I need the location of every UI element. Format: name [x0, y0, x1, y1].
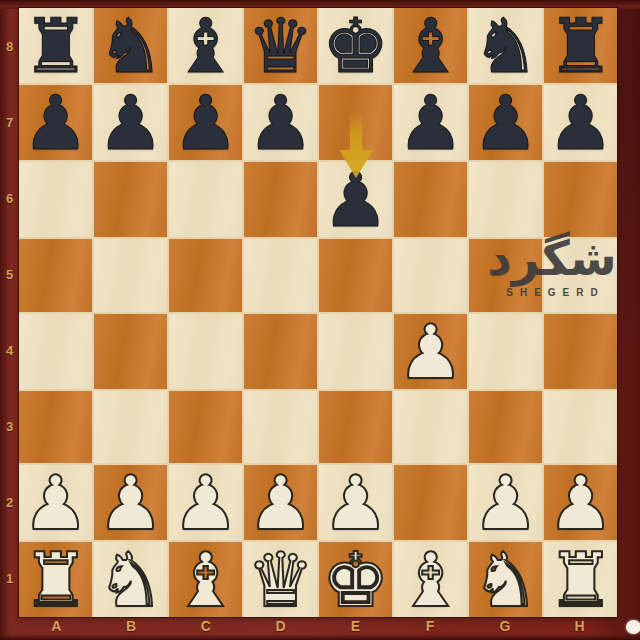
- square-h5[interactable]: [544, 239, 617, 312]
- black-pawn[interactable]: ♟: [547, 86, 614, 161]
- file-label-c: C: [169, 615, 244, 637]
- square-g1[interactable]: ♞: [469, 542, 542, 617]
- square-c5[interactable]: [169, 239, 242, 312]
- white-pawn[interactable]: ♟: [472, 466, 539, 541]
- file-label-e: E: [318, 615, 393, 637]
- black-rook[interactable]: ♜: [22, 9, 89, 84]
- black-rook[interactable]: ♜: [547, 9, 614, 84]
- square-b4[interactable]: [94, 314, 167, 389]
- rank-coordinates: 87654321: [0, 8, 19, 617]
- square-a1[interactable]: ♜: [19, 542, 92, 617]
- square-b5[interactable]: [94, 239, 167, 312]
- file-coordinates: ABCDEFGH: [19, 615, 617, 637]
- black-pawn[interactable]: ♟: [247, 86, 314, 161]
- rank-label-7: 7: [0, 84, 19, 160]
- square-d2[interactable]: ♟: [244, 465, 317, 540]
- black-pawn[interactable]: ♟: [172, 86, 239, 161]
- black-queen[interactable]: ♛: [247, 9, 314, 84]
- square-c8[interactable]: ♝: [169, 8, 242, 83]
- white-bishop[interactable]: ♝: [397, 543, 464, 618]
- black-knight[interactable]: ♞: [472, 9, 539, 84]
- square-a3[interactable]: [19, 391, 92, 464]
- white-pawn[interactable]: ♟: [247, 466, 314, 541]
- white-pawn[interactable]: ♟: [322, 466, 389, 541]
- square-d8[interactable]: ♛: [244, 8, 317, 83]
- white-rook[interactable]: ♜: [547, 543, 614, 618]
- square-b2[interactable]: ♟: [94, 465, 167, 540]
- white-pawn[interactable]: ♟: [397, 315, 464, 390]
- square-f1[interactable]: ♝: [394, 542, 467, 617]
- square-d1[interactable]: ♛: [244, 542, 317, 617]
- square-e2[interactable]: ♟: [319, 465, 392, 540]
- white-queen[interactable]: ♛: [247, 543, 314, 618]
- square-b3[interactable]: [94, 391, 167, 464]
- file-label-h: H: [542, 615, 617, 637]
- square-f3[interactable]: [394, 391, 467, 464]
- square-b6[interactable]: [94, 162, 167, 237]
- square-c6[interactable]: [169, 162, 242, 237]
- rank-label-5: 5: [0, 236, 19, 312]
- square-f2[interactable]: [394, 465, 467, 540]
- square-h1[interactable]: ♜: [544, 542, 617, 617]
- square-h2[interactable]: ♟: [544, 465, 617, 540]
- black-pawn[interactable]: ♟: [97, 86, 164, 161]
- black-pawn[interactable]: ♟: [22, 86, 89, 161]
- square-a4[interactable]: [19, 314, 92, 389]
- square-c2[interactable]: ♟: [169, 465, 242, 540]
- white-knight[interactable]: ♞: [97, 543, 164, 618]
- rank-label-8: 8: [0, 8, 19, 84]
- square-h6[interactable]: [544, 162, 617, 237]
- square-f5[interactable]: [394, 239, 467, 312]
- chess-board: ♜♞♝♛♚♝♞♜♟♟♟♟♟♟♟♟♟♟♟♟♟♟♟♟♜♞♝♛♚♝♞♜: [19, 8, 617, 617]
- arrow-head: [339, 150, 373, 178]
- square-a2[interactable]: ♟: [19, 465, 92, 540]
- rank-label-1: 1: [0, 541, 19, 617]
- square-d5[interactable]: [244, 239, 317, 312]
- white-knight[interactable]: ♞: [472, 543, 539, 618]
- square-d4[interactable]: [244, 314, 317, 389]
- square-h4[interactable]: [544, 314, 617, 389]
- square-g6[interactable]: [469, 162, 542, 237]
- square-c3[interactable]: [169, 391, 242, 464]
- square-h3[interactable]: [544, 391, 617, 464]
- square-b1[interactable]: ♞: [94, 542, 167, 617]
- square-e5[interactable]: [319, 239, 392, 312]
- rank-label-3: 3: [0, 389, 19, 465]
- move-arrow-e7-e6: [336, 110, 376, 180]
- square-h7[interactable]: ♟: [544, 85, 617, 160]
- square-g8[interactable]: ♞: [469, 8, 542, 83]
- square-e4[interactable]: [319, 314, 392, 389]
- white-rook[interactable]: ♜: [22, 543, 89, 618]
- square-c7[interactable]: ♟: [169, 85, 242, 160]
- black-pawn[interactable]: ♟: [472, 86, 539, 161]
- file-label-d: D: [243, 615, 318, 637]
- square-f6[interactable]: [394, 162, 467, 237]
- white-pawn[interactable]: ♟: [22, 466, 89, 541]
- file-label-f: F: [393, 615, 468, 637]
- black-knight[interactable]: ♞: [97, 9, 164, 84]
- square-f8[interactable]: ♝: [394, 8, 467, 83]
- square-g2[interactable]: ♟: [469, 465, 542, 540]
- black-pawn[interactable]: ♟: [397, 86, 464, 161]
- white-pawn[interactable]: ♟: [172, 466, 239, 541]
- square-d6[interactable]: [244, 162, 317, 237]
- square-e1[interactable]: ♚: [319, 542, 392, 617]
- white-pawn[interactable]: ♟: [547, 466, 614, 541]
- square-c1[interactable]: ♝: [169, 542, 242, 617]
- square-a5[interactable]: [19, 239, 92, 312]
- file-label-b: B: [94, 615, 169, 637]
- rank-label-4: 4: [0, 313, 19, 389]
- white-king[interactable]: ♚: [322, 543, 389, 618]
- square-g7[interactable]: ♟: [469, 85, 542, 160]
- rank-label-2: 2: [0, 465, 19, 541]
- square-f4[interactable]: ♟: [394, 314, 467, 389]
- square-a7[interactable]: ♟: [19, 85, 92, 160]
- square-f7[interactable]: ♟: [394, 85, 467, 160]
- square-c4[interactable]: [169, 314, 242, 389]
- square-g4[interactable]: [469, 314, 542, 389]
- rank-label-6: 6: [0, 160, 19, 236]
- square-h8[interactable]: ♜: [544, 8, 617, 83]
- square-d7[interactable]: ♟: [244, 85, 317, 160]
- square-e3[interactable]: [319, 391, 392, 464]
- black-king[interactable]: ♚: [322, 9, 389, 84]
- black-bishop[interactable]: ♝: [172, 9, 239, 84]
- file-label-g: G: [468, 615, 543, 637]
- square-e8[interactable]: ♚: [319, 8, 392, 83]
- square-b8[interactable]: ♞: [94, 8, 167, 83]
- arrow-shaft: [350, 112, 362, 152]
- square-b7[interactable]: ♟: [94, 85, 167, 160]
- file-label-a: A: [19, 615, 94, 637]
- white-bishop[interactable]: ♝: [172, 543, 239, 618]
- square-g5[interactable]: [469, 239, 542, 312]
- square-d3[interactable]: [244, 391, 317, 464]
- black-bishop[interactable]: ♝: [397, 9, 464, 84]
- square-a6[interactable]: [19, 162, 92, 237]
- white-pawn[interactable]: ♟: [97, 466, 164, 541]
- square-g3[interactable]: [469, 391, 542, 464]
- white-dot-overlay: [626, 620, 640, 634]
- square-a8[interactable]: ♜: [19, 8, 92, 83]
